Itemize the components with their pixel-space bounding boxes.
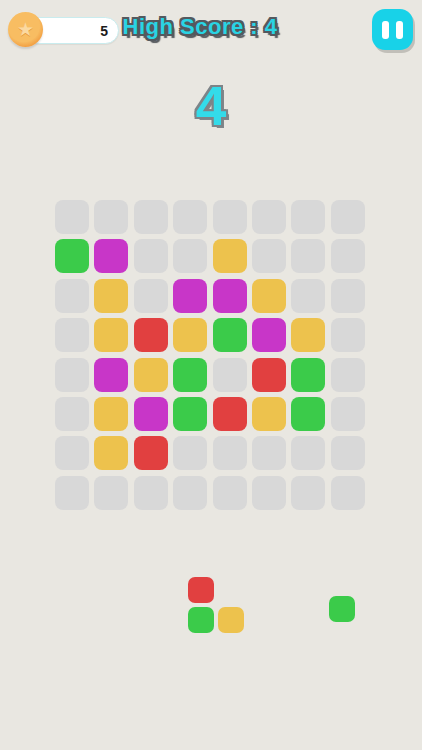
grid-cell-r8c1[interactable]	[55, 476, 89, 510]
grid-cell-r8c7[interactable]	[291, 476, 325, 510]
grid-cell-r2c6[interactable]	[252, 239, 286, 273]
grid-cell-r5c8[interactable]	[331, 358, 365, 392]
grid-cell-r7c7[interactable]	[291, 436, 325, 470]
grid-cell-r5c1[interactable]	[55, 358, 89, 392]
grid-cell-r6c4[interactable]	[173, 397, 207, 431]
grid-cell-r5c7[interactable]	[291, 358, 325, 392]
grid-cell-r6c5[interactable]	[213, 397, 247, 431]
grid-cell-r4c3[interactable]	[134, 318, 168, 352]
grid-cell-r8c3[interactable]	[134, 476, 168, 510]
grid-cell-r1c1[interactable]	[55, 200, 89, 234]
grid-cell-r3c1[interactable]	[55, 279, 89, 313]
grid-cell-r8c6[interactable]	[252, 476, 286, 510]
grid-cell-r7c3[interactable]	[134, 436, 168, 470]
grid-cell-r2c4[interactable]	[173, 239, 207, 273]
grid-cell-r6c6[interactable]	[252, 397, 286, 431]
grid-cell-r1c6[interactable]	[252, 200, 286, 234]
grid-cell-r1c4[interactable]	[173, 200, 207, 234]
current-score: 4	[0, 78, 422, 136]
grid-cell-r3c7[interactable]	[291, 279, 325, 313]
grid-cell-r8c8[interactable]	[331, 476, 365, 510]
piece-empty-cell	[218, 577, 244, 603]
grid-cell-r3c6[interactable]	[252, 279, 286, 313]
grid-cell-r2c1[interactable]	[55, 239, 89, 273]
pause-icon	[382, 21, 389, 39]
grid-cell-r5c4[interactable]	[173, 358, 207, 392]
grid-cell-r2c3[interactable]	[134, 239, 168, 273]
grid-cell-r1c3[interactable]	[134, 200, 168, 234]
grid-cell-r1c7[interactable]	[291, 200, 325, 234]
grid-cell-r1c2[interactable]	[94, 200, 128, 234]
pause-icon	[396, 21, 403, 39]
grid-cell-r7c1[interactable]	[55, 436, 89, 470]
high-score-label: High Score : 4	[123, 14, 278, 40]
grid-cell-r7c2[interactable]	[94, 436, 128, 470]
grid-cell-r4c7[interactable]	[291, 318, 325, 352]
grid-cell-r8c5[interactable]	[213, 476, 247, 510]
grid-cell-r1c8[interactable]	[331, 200, 365, 234]
tray-piece-corner-tromino[interactable]	[188, 577, 244, 633]
grid-cell-r7c5[interactable]	[213, 436, 247, 470]
grid-cell-r2c5[interactable]	[213, 239, 247, 273]
grid-cell-r6c3[interactable]	[134, 397, 168, 431]
grid-cell-r4c6[interactable]	[252, 318, 286, 352]
grid-cell-r4c8[interactable]	[331, 318, 365, 352]
grid-cell-r7c8[interactable]	[331, 436, 365, 470]
coin-count: 5	[100, 23, 118, 39]
grid-cell-r6c8[interactable]	[331, 397, 365, 431]
grid-cell-r4c5[interactable]	[213, 318, 247, 352]
grid-cell-r1c5[interactable]	[213, 200, 247, 234]
game-board	[55, 200, 365, 510]
grid-cell-r3c8[interactable]	[331, 279, 365, 313]
grid-cell-r5c2[interactable]	[94, 358, 128, 392]
grid-cell-r2c2[interactable]	[94, 239, 128, 273]
grid-cell-r6c1[interactable]	[55, 397, 89, 431]
grid-cell-r6c7[interactable]	[291, 397, 325, 431]
game-screen: 5 ★ High Score : 4 4	[0, 0, 422, 750]
grid-cell-r3c3[interactable]	[134, 279, 168, 313]
grid-cell-r5c5[interactable]	[213, 358, 247, 392]
grid-cell-r2c8[interactable]	[331, 239, 365, 273]
grid-cell-r3c5[interactable]	[213, 279, 247, 313]
piece-block-yellow[interactable]	[218, 607, 244, 633]
tray-piece-single-block[interactable]	[329, 596, 355, 622]
grid-cell-r7c6[interactable]	[252, 436, 286, 470]
grid-cell-r7c4[interactable]	[173, 436, 207, 470]
grid-cell-r6c2[interactable]	[94, 397, 128, 431]
grid-cell-r8c2[interactable]	[94, 476, 128, 510]
grid-cell-r4c2[interactable]	[94, 318, 128, 352]
piece-block-green[interactable]	[329, 596, 355, 622]
star-icon: ★	[17, 20, 34, 39]
grid-cell-r8c4[interactable]	[173, 476, 207, 510]
coin-star-icon: ★	[8, 12, 43, 47]
grid-cell-r2c7[interactable]	[291, 239, 325, 273]
piece-block-green[interactable]	[188, 607, 214, 633]
grid-cell-r4c1[interactable]	[55, 318, 89, 352]
grid-cell-r3c2[interactable]	[94, 279, 128, 313]
grid-cell-r4c4[interactable]	[173, 318, 207, 352]
grid-cell-r3c4[interactable]	[173, 279, 207, 313]
grid-cell-r5c6[interactable]	[252, 358, 286, 392]
grid-cell-r5c3[interactable]	[134, 358, 168, 392]
piece-block-red[interactable]	[188, 577, 214, 603]
pause-button[interactable]	[372, 9, 413, 50]
